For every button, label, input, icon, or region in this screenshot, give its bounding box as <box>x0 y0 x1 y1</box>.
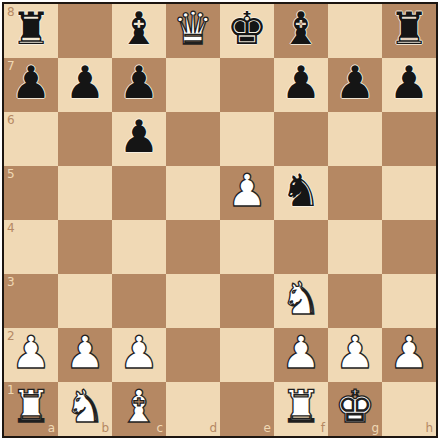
square-e7[interactable] <box>220 58 274 112</box>
square-g7[interactable]: ♟ <box>328 58 382 112</box>
square-c8[interactable]: ♝ <box>112 4 166 58</box>
white-knight[interactable]: ♞ <box>281 272 321 326</box>
black-rook[interactable]: ♜ <box>389 2 429 56</box>
white-pawn[interactable]: ♟ <box>227 164 267 218</box>
square-e4[interactable] <box>220 220 274 274</box>
black-bishop[interactable]: ♝ <box>281 2 321 56</box>
square-g1[interactable]: g♚ <box>328 382 382 436</box>
rank-label-5: 5 <box>7 168 15 180</box>
black-rook[interactable]: ♜ <box>11 2 51 56</box>
square-f1[interactable]: f♜ <box>274 382 328 436</box>
square-f2[interactable]: ♟ <box>274 328 328 382</box>
square-f5[interactable]: ♞ <box>274 166 328 220</box>
square-d4[interactable] <box>166 220 220 274</box>
square-e5[interactable]: ♟ <box>220 166 274 220</box>
square-g8[interactable] <box>328 4 382 58</box>
square-d5[interactable] <box>166 166 220 220</box>
square-e6[interactable] <box>220 112 274 166</box>
square-c1[interactable]: c♝ <box>112 382 166 436</box>
white-knight[interactable]: ♞ <box>65 380 105 434</box>
white-pawn[interactable]: ♟ <box>281 326 321 380</box>
square-b6[interactable] <box>58 112 112 166</box>
square-c4[interactable] <box>112 220 166 274</box>
square-d1[interactable]: d <box>166 382 220 436</box>
square-h6[interactable] <box>382 112 436 166</box>
white-pawn[interactable]: ♟ <box>119 326 159 380</box>
black-pawn[interactable]: ♟ <box>335 56 375 110</box>
square-h4[interactable] <box>382 220 436 274</box>
square-b8[interactable] <box>58 4 112 58</box>
square-b3[interactable] <box>58 274 112 328</box>
square-d6[interactable] <box>166 112 220 166</box>
square-e2[interactable] <box>220 328 274 382</box>
file-label-f: f <box>321 422 325 434</box>
square-d8[interactable]: ♛ <box>166 4 220 58</box>
white-queen[interactable]: ♛ <box>173 2 213 56</box>
square-g2[interactable]: ♟ <box>328 328 382 382</box>
white-pawn[interactable]: ♟ <box>335 326 375 380</box>
square-d2[interactable] <box>166 328 220 382</box>
file-label-e: e <box>264 422 271 434</box>
square-f7[interactable]: ♟ <box>274 58 328 112</box>
square-f4[interactable] <box>274 220 328 274</box>
square-c3[interactable] <box>112 274 166 328</box>
square-d3[interactable] <box>166 274 220 328</box>
chess-board: 8♜♝♛♚♝♜7♟♟♟♟♟♟6♟5♟♞43♞2♟♟♟♟♟♟1a♜b♞c♝def♜… <box>4 4 436 436</box>
square-g5[interactable] <box>328 166 382 220</box>
square-a6[interactable]: 6 <box>4 112 58 166</box>
black-pawn[interactable]: ♟ <box>389 56 429 110</box>
square-g3[interactable] <box>328 274 382 328</box>
black-pawn[interactable]: ♟ <box>65 56 105 110</box>
white-pawn[interactable]: ♟ <box>389 326 429 380</box>
square-a1[interactable]: 1a♜ <box>4 382 58 436</box>
white-bishop[interactable]: ♝ <box>119 380 159 434</box>
square-f3[interactable]: ♞ <box>274 274 328 328</box>
black-knight[interactable]: ♞ <box>281 164 321 218</box>
square-c7[interactable]: ♟ <box>112 58 166 112</box>
rank-label-3: 3 <box>7 276 15 288</box>
rank-label-6: 6 <box>7 114 15 126</box>
square-b2[interactable]: ♟ <box>58 328 112 382</box>
square-a4[interactable]: 4 <box>4 220 58 274</box>
square-e1[interactable]: e <box>220 382 274 436</box>
square-a5[interactable]: 5 <box>4 166 58 220</box>
white-pawn[interactable]: ♟ <box>11 326 51 380</box>
white-pawn[interactable]: ♟ <box>65 326 105 380</box>
square-e8[interactable]: ♚ <box>220 4 274 58</box>
black-pawn[interactable]: ♟ <box>119 56 159 110</box>
square-h1[interactable]: h <box>382 382 436 436</box>
rank-label-4: 4 <box>7 222 15 234</box>
white-rook[interactable]: ♜ <box>11 380 51 434</box>
white-rook[interactable]: ♜ <box>281 380 321 434</box>
file-label-d: d <box>209 422 217 434</box>
white-king[interactable]: ♚ <box>335 380 375 434</box>
square-b7[interactable]: ♟ <box>58 58 112 112</box>
square-g4[interactable] <box>328 220 382 274</box>
square-a3[interactable]: 3 <box>4 274 58 328</box>
board-frame: 8♜♝♛♚♝♜7♟♟♟♟♟♟6♟5♟♞43♞2♟♟♟♟♟♟1a♜b♞c♝def♜… <box>2 2 438 438</box>
square-a2[interactable]: 2♟ <box>4 328 58 382</box>
square-h2[interactable]: ♟ <box>382 328 436 382</box>
square-g6[interactable] <box>328 112 382 166</box>
square-h8[interactable]: ♜ <box>382 4 436 58</box>
square-c6[interactable]: ♟ <box>112 112 166 166</box>
square-e3[interactable] <box>220 274 274 328</box>
square-d7[interactable] <box>166 58 220 112</box>
black-pawn[interactable]: ♟ <box>11 56 51 110</box>
square-a7[interactable]: 7♟ <box>4 58 58 112</box>
square-f6[interactable] <box>274 112 328 166</box>
square-h7[interactable]: ♟ <box>382 58 436 112</box>
black-pawn[interactable]: ♟ <box>119 110 159 164</box>
black-bishop[interactable]: ♝ <box>119 2 159 56</box>
black-king[interactable]: ♚ <box>227 2 267 56</box>
square-a8[interactable]: 8♜ <box>4 4 58 58</box>
square-b1[interactable]: b♞ <box>58 382 112 436</box>
square-c5[interactable] <box>112 166 166 220</box>
square-f8[interactable]: ♝ <box>274 4 328 58</box>
square-b4[interactable] <box>58 220 112 274</box>
file-label-h: h <box>425 422 433 434</box>
square-c2[interactable]: ♟ <box>112 328 166 382</box>
square-b5[interactable] <box>58 166 112 220</box>
square-h5[interactable] <box>382 166 436 220</box>
black-pawn[interactable]: ♟ <box>281 56 321 110</box>
square-h3[interactable] <box>382 274 436 328</box>
